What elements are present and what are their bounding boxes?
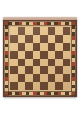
square-f1[interactable] — [48, 82, 56, 90]
inlay-corner-top-right — [72, 22, 75, 25]
square-d4[interactable] — [33, 59, 41, 67]
square-h2[interactable] — [63, 74, 71, 82]
square-h3[interactable] — [63, 66, 71, 74]
square-d2[interactable] — [33, 74, 41, 82]
square-d5[interactable] — [33, 51, 41, 59]
square-a6[interactable] — [10, 43, 18, 51]
square-d1[interactable] — [33, 82, 41, 90]
square-h6[interactable] — [63, 43, 71, 51]
square-h8[interactable] — [63, 27, 71, 35]
square-c8[interactable] — [25, 27, 33, 35]
square-h7[interactable] — [63, 35, 71, 43]
square-d7[interactable] — [33, 35, 41, 43]
square-a8[interactable] — [10, 27, 18, 35]
square-g2[interactable] — [55, 74, 63, 82]
square-f7[interactable] — [48, 35, 56, 43]
inlay-border-left — [5, 25, 8, 92]
inlay-border-right — [72, 25, 75, 92]
square-d6[interactable] — [33, 43, 41, 51]
square-g1[interactable] — [55, 82, 63, 90]
square-g4[interactable] — [55, 59, 63, 67]
square-c4[interactable] — [25, 59, 33, 67]
square-c5[interactable] — [25, 51, 33, 59]
square-h5[interactable] — [63, 51, 71, 59]
square-b5[interactable] — [18, 51, 26, 59]
square-e7[interactable] — [40, 35, 48, 43]
square-e6[interactable] — [40, 43, 48, 51]
photo-background — [0, 0, 80, 120]
square-f6[interactable] — [48, 43, 56, 51]
square-c2[interactable] — [25, 74, 33, 82]
square-e3[interactable] — [40, 66, 48, 74]
square-h4[interactable] — [63, 59, 71, 67]
square-g8[interactable] — [55, 27, 63, 35]
square-b3[interactable] — [18, 66, 26, 74]
square-h1[interactable] — [63, 82, 71, 90]
square-e8[interactable] — [40, 27, 48, 35]
square-f2[interactable] — [48, 74, 56, 82]
inlay-corner-top-left — [5, 22, 8, 25]
square-f3[interactable] — [48, 66, 56, 74]
square-c1[interactable] — [25, 82, 33, 90]
board-frame — [3, 20, 77, 97]
board-grid — [9, 26, 71, 91]
square-b1[interactable] — [18, 82, 26, 90]
square-a2[interactable] — [10, 74, 18, 82]
inlay-border-bottom — [8, 92, 72, 95]
square-e4[interactable] — [40, 59, 48, 67]
square-f8[interactable] — [48, 27, 56, 35]
square-g5[interactable] — [55, 51, 63, 59]
square-c6[interactable] — [25, 43, 33, 51]
square-b8[interactable] — [18, 27, 26, 35]
square-b7[interactable] — [18, 35, 26, 43]
square-a3[interactable] — [10, 66, 18, 74]
square-e1[interactable] — [40, 82, 48, 90]
square-g6[interactable] — [55, 43, 63, 51]
square-a5[interactable] — [10, 51, 18, 59]
square-a7[interactable] — [10, 35, 18, 43]
square-e2[interactable] — [40, 74, 48, 82]
square-f5[interactable] — [48, 51, 56, 59]
chess-board — [3, 17, 77, 97]
square-d3[interactable] — [33, 66, 41, 74]
inlay-corner-bottom-right — [72, 92, 75, 95]
square-e5[interactable] — [40, 51, 48, 59]
square-c7[interactable] — [25, 35, 33, 43]
square-b2[interactable] — [18, 74, 26, 82]
square-g3[interactable] — [55, 66, 63, 74]
square-b4[interactable] — [18, 59, 26, 67]
square-d8[interactable] — [33, 27, 41, 35]
square-g7[interactable] — [55, 35, 63, 43]
square-f4[interactable] — [48, 59, 56, 67]
square-b6[interactable] — [18, 43, 26, 51]
inlay-corner-bottom-left — [5, 92, 8, 95]
inlay-border-top — [8, 22, 72, 25]
square-c3[interactable] — [25, 66, 33, 74]
square-a4[interactable] — [10, 59, 18, 67]
square-a1[interactable] — [10, 82, 18, 90]
